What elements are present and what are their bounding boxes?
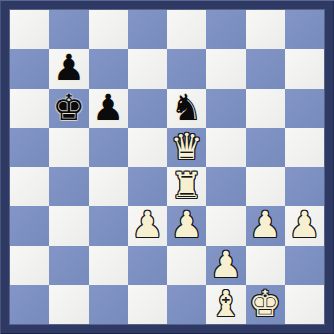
square-e2[interactable] xyxy=(167,246,206,285)
square-g4[interactable] xyxy=(246,167,285,206)
square-g5[interactable] xyxy=(246,128,285,167)
square-c8[interactable] xyxy=(89,10,128,49)
square-b5[interactable] xyxy=(49,128,88,167)
board-frame: ♟♚♟♞♛♜♟♟♟♟♟♝♚ xyxy=(0,0,334,334)
square-h4[interactable] xyxy=(285,167,324,206)
square-a1[interactable] xyxy=(10,285,49,324)
chess-board: ♟♚♟♞♛♜♟♟♟♟♟♝♚ xyxy=(10,10,324,324)
white-rook[interactable]: ♜ xyxy=(170,167,202,205)
square-d7[interactable] xyxy=(128,49,167,88)
square-d3[interactable]: ♟ xyxy=(128,206,167,245)
square-a6[interactable] xyxy=(10,89,49,128)
white-queen[interactable]: ♛ xyxy=(170,128,202,166)
square-f5[interactable] xyxy=(206,128,245,167)
square-a2[interactable] xyxy=(10,246,49,285)
square-d5[interactable] xyxy=(128,128,167,167)
square-e4[interactable]: ♜ xyxy=(167,167,206,206)
square-b6[interactable]: ♚ xyxy=(49,89,88,128)
square-f1[interactable]: ♝ xyxy=(206,285,245,324)
black-pawn[interactable]: ♟ xyxy=(92,89,124,127)
square-g3[interactable]: ♟ xyxy=(246,206,285,245)
square-d4[interactable] xyxy=(128,167,167,206)
square-g7[interactable] xyxy=(246,49,285,88)
square-c6[interactable]: ♟ xyxy=(89,89,128,128)
black-king[interactable]: ♚ xyxy=(53,89,85,127)
white-pawn[interactable]: ♟ xyxy=(249,206,281,244)
square-d2[interactable] xyxy=(128,246,167,285)
square-f3[interactable] xyxy=(206,206,245,245)
black-pawn[interactable]: ♟ xyxy=(53,49,85,87)
black-knight[interactable]: ♞ xyxy=(170,89,202,127)
square-b2[interactable] xyxy=(49,246,88,285)
square-c1[interactable] xyxy=(89,285,128,324)
square-c4[interactable] xyxy=(89,167,128,206)
square-d6[interactable] xyxy=(128,89,167,128)
square-c7[interactable] xyxy=(89,49,128,88)
square-d1[interactable] xyxy=(128,285,167,324)
square-f2[interactable]: ♟ xyxy=(206,246,245,285)
square-h5[interactable] xyxy=(285,128,324,167)
square-h6[interactable] xyxy=(285,89,324,128)
square-e8[interactable] xyxy=(167,10,206,49)
square-b8[interactable] xyxy=(49,10,88,49)
white-bishop[interactable]: ♝ xyxy=(210,285,242,323)
white-pawn[interactable]: ♟ xyxy=(131,206,163,244)
square-a5[interactable] xyxy=(10,128,49,167)
square-b7[interactable]: ♟ xyxy=(49,49,88,88)
square-e6[interactable]: ♞ xyxy=(167,89,206,128)
square-h2[interactable] xyxy=(285,246,324,285)
white-pawn[interactable]: ♟ xyxy=(170,206,202,244)
square-a7[interactable] xyxy=(10,49,49,88)
square-f7[interactable] xyxy=(206,49,245,88)
square-f6[interactable] xyxy=(206,89,245,128)
square-e5[interactable]: ♛ xyxy=(167,128,206,167)
square-a4[interactable] xyxy=(10,167,49,206)
white-pawn[interactable]: ♟ xyxy=(210,246,242,284)
square-d8[interactable] xyxy=(128,10,167,49)
square-c2[interactable] xyxy=(89,246,128,285)
square-g6[interactable] xyxy=(246,89,285,128)
square-e3[interactable]: ♟ xyxy=(167,206,206,245)
square-b3[interactable] xyxy=(49,206,88,245)
square-g8[interactable] xyxy=(246,10,285,49)
square-b1[interactable] xyxy=(49,285,88,324)
square-a3[interactable] xyxy=(10,206,49,245)
square-f4[interactable] xyxy=(206,167,245,206)
square-c3[interactable] xyxy=(89,206,128,245)
square-h8[interactable] xyxy=(285,10,324,49)
square-f8[interactable] xyxy=(206,10,245,49)
square-h1[interactable] xyxy=(285,285,324,324)
square-g1[interactable]: ♚ xyxy=(246,285,285,324)
white-pawn[interactable]: ♟ xyxy=(288,206,320,244)
square-b4[interactable] xyxy=(49,167,88,206)
square-c5[interactable] xyxy=(89,128,128,167)
square-h7[interactable] xyxy=(285,49,324,88)
square-h3[interactable]: ♟ xyxy=(285,206,324,245)
square-a8[interactable] xyxy=(10,10,49,49)
square-g2[interactable] xyxy=(246,246,285,285)
square-e1[interactable] xyxy=(167,285,206,324)
square-e7[interactable] xyxy=(167,49,206,88)
white-king[interactable]: ♚ xyxy=(249,285,281,323)
